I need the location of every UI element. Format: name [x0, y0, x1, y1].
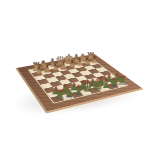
piece-black-pawn[interactable]: ♟ [68, 60, 76, 69]
piece-black-pawn[interactable]: ♟ [60, 61, 69, 71]
square-c6[interactable] [52, 72, 64, 77]
piece-black-pawn[interactable]: ♟ [91, 56, 99, 65]
piece-black-pawn[interactable]: ♟ [83, 57, 91, 66]
piece-white-rook[interactable]: ♜ [53, 88, 65, 102]
piece-black-pawn[interactable]: ♟ [34, 66, 43, 76]
piece-black-pawn[interactable]: ♟ [76, 59, 84, 68]
board-playing-field: ♜♞♝♛♚♝♞♜♟♟♟♟♟♟♟♟♟♟♟♟♟♟♟♟♜♞♝♛♚♝♞♜ [28, 58, 128, 104]
square-c5[interactable] [55, 75, 67, 80]
piece-black-pawn[interactable]: ♟ [51, 63, 60, 73]
piece-black-pawn[interactable]: ♟ [43, 65, 52, 75]
square-a1[interactable]: ♜ [50, 95, 64, 102]
product-photo-scene: ♜♞♝♛♚♝♞♜♟♟♟♟♟♟♟♟♟♟♟♟♟♟♟♟♜♞♝♛♚♝♞♜ [0, 0, 150, 150]
